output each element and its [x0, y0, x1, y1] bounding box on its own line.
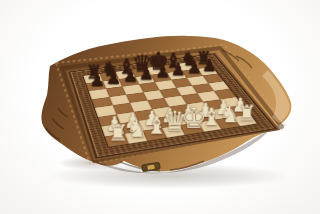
chess-board: ♜♞♝♛♚♝♞♜♟♟♟♟♟♟♟♟♟♟♟♟♟♟♟♟♜♞♝♛♚♝♞♜: [68, 53, 277, 158]
square-d5[interactable]: [143, 90, 164, 101]
square-a5[interactable]: [92, 97, 113, 108]
square-a1[interactable]: ♜: [105, 134, 128, 148]
board-grid: ♜♞♝♛♚♝♞♜♟♟♟♟♟♟♟♟♟♟♟♟♟♟♟♟♜♞♝♛♚♝♞♜: [83, 60, 257, 147]
board-scene: ♜♞♝♛♚♝♞♜♟♟♟♟♟♟♟♟♟♟♟♟♟♟♟♟♜♞♝♛♚♝♞♜: [0, 0, 320, 214]
white-rook[interactable]: ♜: [104, 122, 131, 145]
black-pawn[interactable]: ♟: [85, 71, 108, 89]
square-h6[interactable]: [202, 74, 223, 83]
product-photo: ♜♞♝♛♚♝♞♜♟♟♟♟♟♟♟♟♟♟♟♟♟♟♟♟♜♞♝♛♚♝♞♜: [0, 0, 320, 214]
